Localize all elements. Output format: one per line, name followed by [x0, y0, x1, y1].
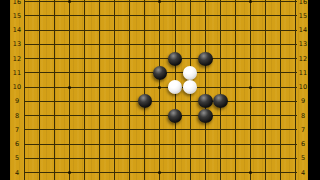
stones-layer: [16, 0, 303, 180]
black-stone[interactable]: [198, 109, 213, 123]
video-frame: 1616151514141313121211111010998877665544: [0, 0, 320, 180]
black-stone[interactable]: [198, 52, 213, 66]
black-stone[interactable]: [153, 66, 168, 80]
black-stone[interactable]: [138, 94, 153, 108]
black-stone[interactable]: [168, 52, 183, 66]
white-stone[interactable]: [183, 80, 198, 94]
white-stone[interactable]: [183, 66, 198, 80]
black-stone[interactable]: [198, 94, 213, 108]
black-stone[interactable]: [213, 94, 228, 108]
go-board[interactable]: 1616151514141313121211111010998877665544: [10, 0, 308, 180]
white-stone[interactable]: [168, 80, 183, 94]
black-stone[interactable]: [168, 109, 183, 123]
